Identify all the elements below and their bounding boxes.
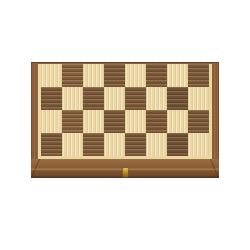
board-square-light: [146, 133, 167, 156]
board-square-dark: [62, 64, 83, 87]
box-front-edge: [31, 159, 219, 178]
board-square-light: [125, 110, 146, 133]
board-square-light: [146, 87, 167, 110]
board-square-dark: [83, 87, 104, 110]
board-square-dark: [62, 110, 83, 133]
board-square-dark: [125, 87, 146, 110]
board-square-dark: [104, 64, 125, 87]
brass-clasp-icon: [123, 168, 128, 177]
board-square-light: [83, 110, 104, 133]
box-lid-face: [31, 62, 219, 159]
board-square-dark: [167, 133, 188, 156]
board-square-light: [41, 110, 62, 133]
board-square-light: [83, 64, 104, 87]
board-square-dark: [146, 110, 167, 133]
board-square-light: [125, 64, 146, 87]
board-square-light: [188, 133, 209, 156]
board-square-dark: [125, 133, 146, 156]
board-square-light: [167, 110, 188, 133]
board-square-dark: [167, 87, 188, 110]
folded-chess-box: [31, 62, 219, 178]
board-square-light: [62, 133, 83, 156]
board-square-light: [104, 133, 125, 156]
board-square-light: [188, 87, 209, 110]
board-square-dark: [41, 133, 62, 156]
board-square-dark: [188, 110, 209, 133]
chessboard-grid: [41, 64, 209, 156]
board-square-light: [41, 64, 62, 87]
board-square-dark: [146, 64, 167, 87]
board-square-dark: [83, 133, 104, 156]
board-square-light: [62, 87, 83, 110]
board-square-dark: [41, 87, 62, 110]
product-photo-canvas: [0, 0, 250, 250]
maple-fillet-border: [38, 64, 212, 159]
board-square-light: [104, 87, 125, 110]
board-square-dark: [188, 64, 209, 87]
board-square-light: [167, 64, 188, 87]
board-square-dark: [104, 110, 125, 133]
